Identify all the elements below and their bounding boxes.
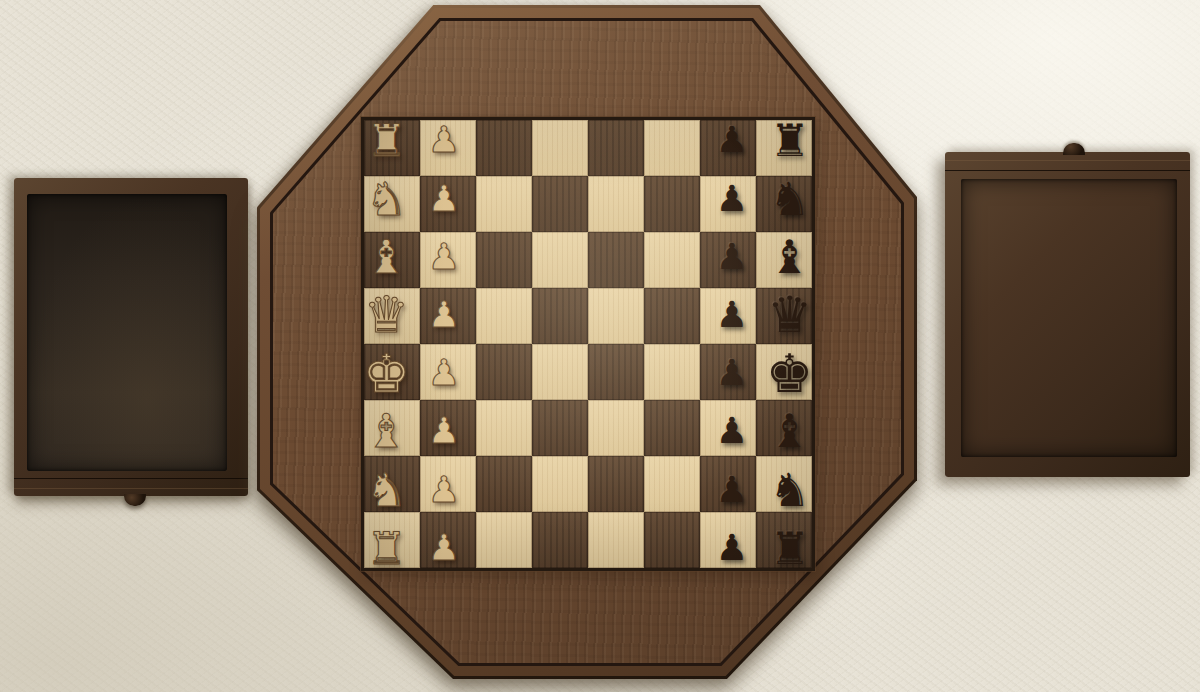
square-c4[interactable] xyxy=(532,232,588,288)
square-b8[interactable]: ♞ xyxy=(756,176,812,232)
square-d3[interactable] xyxy=(476,288,532,344)
square-h6[interactable] xyxy=(644,512,700,568)
black-pawn-f7[interactable]: ♟ xyxy=(716,413,748,449)
square-b7[interactable]: ♟ xyxy=(700,176,756,232)
square-a6[interactable] xyxy=(644,120,700,176)
white-pawn-b2[interactable]: ♟ xyxy=(428,181,460,217)
left-storage-tray[interactable] xyxy=(14,178,248,496)
white-pawn-f2[interactable]: ♟ xyxy=(428,413,460,449)
black-rook-h8[interactable]: ♜ xyxy=(769,525,809,570)
square-d2[interactable]: ♟ xyxy=(420,288,476,344)
square-f3[interactable] xyxy=(476,400,532,456)
square-e6[interactable] xyxy=(644,344,700,400)
square-d8[interactable]: ♛ xyxy=(756,288,812,344)
white-pawn-g2[interactable]: ♟ xyxy=(428,472,460,508)
left-tray-knob[interactable] xyxy=(124,494,146,506)
square-e2[interactable]: ♟ xyxy=(420,344,476,400)
square-b1[interactable]: ♞ xyxy=(364,176,420,232)
white-queen-d1[interactable]: ♛ xyxy=(364,290,409,340)
white-pawn-h2[interactable]: ♟ xyxy=(428,530,460,566)
black-bishop-c8[interactable]: ♝ xyxy=(769,234,810,280)
square-e5[interactable] xyxy=(588,344,644,400)
black-king-e8[interactable]: ♚ xyxy=(766,347,814,400)
square-f5[interactable] xyxy=(588,400,644,456)
black-bishop-f8[interactable]: ♝ xyxy=(769,408,810,454)
square-c6[interactable] xyxy=(644,232,700,288)
square-h4[interactable] xyxy=(532,512,588,568)
square-c1[interactable]: ♝ xyxy=(364,232,420,288)
square-f2[interactable]: ♟ xyxy=(420,400,476,456)
white-rook-a1[interactable]: ♜ xyxy=(366,118,406,163)
square-a1[interactable]: ♜ xyxy=(364,120,420,176)
square-d4[interactable] xyxy=(532,288,588,344)
square-d5[interactable] xyxy=(588,288,644,344)
square-b2[interactable]: ♟ xyxy=(420,176,476,232)
square-a5[interactable] xyxy=(588,120,644,176)
black-rook-a8[interactable]: ♜ xyxy=(769,118,809,163)
square-b6[interactable] xyxy=(644,176,700,232)
chess-board-grid: ♜♟♟♜♞♟♟♞♝♟♟♝♛♟♟♛♚♟♟♚♝♟♟♝♞♟♟♞♜♟♟♜ xyxy=(361,117,815,571)
right-tray-front-rail xyxy=(945,160,1190,171)
square-f1[interactable]: ♝ xyxy=(364,400,420,456)
right-tray-felt-interior xyxy=(961,179,1177,457)
square-d6[interactable] xyxy=(644,288,700,344)
square-b3[interactable] xyxy=(476,176,532,232)
black-pawn-e7[interactable]: ♟ xyxy=(716,355,748,391)
white-pawn-e2[interactable]: ♟ xyxy=(428,355,460,391)
square-f7[interactable]: ♟ xyxy=(700,400,756,456)
square-g8[interactable]: ♞ xyxy=(756,456,812,512)
black-pawn-a7[interactable]: ♟ xyxy=(716,122,748,158)
black-queen-d8[interactable]: ♛ xyxy=(767,290,812,340)
square-a3[interactable] xyxy=(476,120,532,176)
white-pawn-c2[interactable]: ♟ xyxy=(428,239,460,275)
square-f6[interactable] xyxy=(644,400,700,456)
square-h3[interactable] xyxy=(476,512,532,568)
black-pawn-d7[interactable]: ♟ xyxy=(716,297,748,333)
square-e3[interactable] xyxy=(476,344,532,400)
square-c5[interactable] xyxy=(588,232,644,288)
square-b4[interactable] xyxy=(532,176,588,232)
square-h5[interactable] xyxy=(588,512,644,568)
square-d1[interactable]: ♛ xyxy=(364,288,420,344)
square-a2[interactable]: ♟ xyxy=(420,120,476,176)
square-e7[interactable]: ♟ xyxy=(700,344,756,400)
square-e8[interactable]: ♚ xyxy=(756,344,812,400)
square-f8[interactable]: ♝ xyxy=(756,400,812,456)
square-c3[interactable] xyxy=(476,232,532,288)
black-pawn-c7[interactable]: ♟ xyxy=(716,239,748,275)
square-g4[interactable] xyxy=(532,456,588,512)
square-f4[interactable] xyxy=(532,400,588,456)
left-tray-front-rail xyxy=(14,478,248,489)
square-g5[interactable] xyxy=(588,456,644,512)
black-pawn-h7[interactable]: ♟ xyxy=(716,530,748,566)
black-pawn-b7[interactable]: ♟ xyxy=(716,181,748,217)
square-g7[interactable]: ♟ xyxy=(700,456,756,512)
square-g2[interactable]: ♟ xyxy=(420,456,476,512)
square-h2[interactable]: ♟ xyxy=(420,512,476,568)
black-pawn-g7[interactable]: ♟ xyxy=(716,472,748,508)
white-bishop-f1[interactable]: ♝ xyxy=(366,408,407,454)
right-tray-knob[interactable] xyxy=(1063,143,1085,155)
square-h1[interactable]: ♜ xyxy=(364,512,420,568)
square-c2[interactable]: ♟ xyxy=(420,232,476,288)
white-knight-g1[interactable]: ♞ xyxy=(366,467,407,513)
black-knight-b8[interactable]: ♞ xyxy=(769,176,810,222)
white-bishop-c1[interactable]: ♝ xyxy=(366,234,407,280)
square-a4[interactable] xyxy=(532,120,588,176)
square-a7[interactable]: ♟ xyxy=(700,120,756,176)
white-pawn-d2[interactable]: ♟ xyxy=(428,297,460,333)
square-h8[interactable]: ♜ xyxy=(756,512,812,568)
white-rook-h1[interactable]: ♜ xyxy=(366,525,406,570)
square-c7[interactable]: ♟ xyxy=(700,232,756,288)
square-c8[interactable]: ♝ xyxy=(756,232,812,288)
white-king-e1[interactable]: ♚ xyxy=(363,347,411,400)
left-tray-felt-interior xyxy=(27,194,227,471)
square-h7[interactable]: ♟ xyxy=(700,512,756,568)
square-b5[interactable] xyxy=(588,176,644,232)
square-g3[interactable] xyxy=(476,456,532,512)
black-knight-g8[interactable]: ♞ xyxy=(769,467,810,513)
right-storage-tray[interactable] xyxy=(945,152,1190,477)
square-d7[interactable]: ♟ xyxy=(700,288,756,344)
square-a8[interactable]: ♜ xyxy=(756,120,812,176)
square-e1[interactable]: ♚ xyxy=(364,344,420,400)
white-pawn-a2[interactable]: ♟ xyxy=(428,122,460,158)
square-g6[interactable] xyxy=(644,456,700,512)
carpet-background: ♜♟♟♜♞♟♟♞♝♟♟♝♛♟♟♛♚♟♟♚♝♟♟♝♞♟♟♞♜♟♟♜ xyxy=(0,0,1200,692)
square-g1[interactable]: ♞ xyxy=(364,456,420,512)
white-knight-b1[interactable]: ♞ xyxy=(366,176,407,222)
square-e4[interactable] xyxy=(532,344,588,400)
